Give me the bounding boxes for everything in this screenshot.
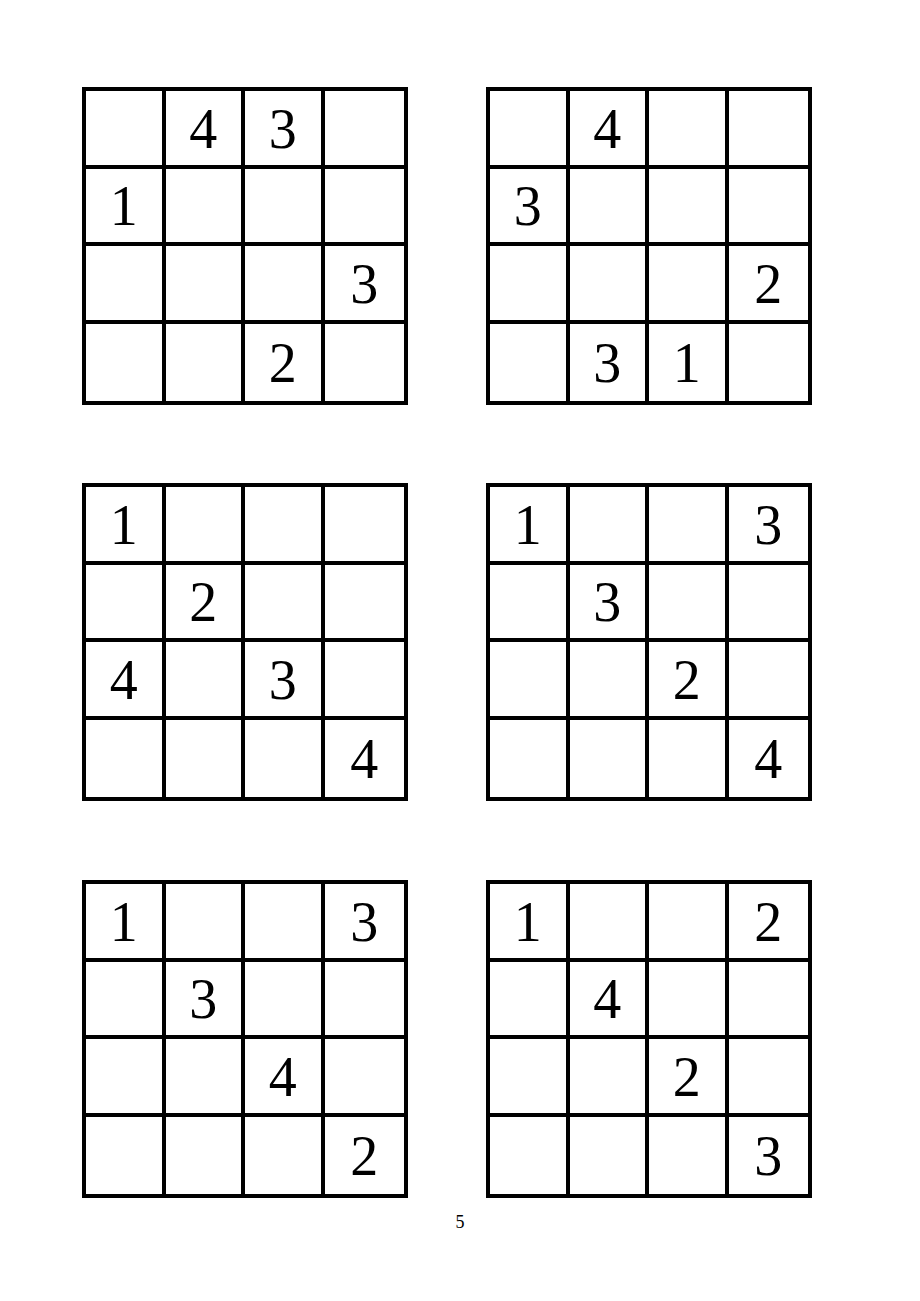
empty-cell [570,642,650,720]
empty-cell [570,720,650,798]
empty-cell [245,565,325,643]
empty-cell [166,1039,246,1117]
empty-cell [570,169,650,247]
empty-cell [166,720,246,798]
given-digit-cell: 3 [325,884,405,962]
given-digit-cell: 3 [729,487,809,565]
empty-cell [86,324,166,402]
empty-cell [245,884,325,962]
page-number: 5 [0,1212,920,1233]
empty-cell [245,487,325,565]
empty-cell [649,246,729,324]
given-digit-cell: 2 [325,1117,405,1195]
empty-cell [729,169,809,247]
given-digit-cell: 2 [729,884,809,962]
empty-cell [649,1117,729,1195]
given-digit-cell: 4 [86,642,166,720]
empty-cell [245,1117,325,1195]
puzzle-page: 43132 43231 12434 13324 13342 12423 5 [0,0,920,1301]
given-digit-cell: 3 [570,324,650,402]
empty-cell [166,642,246,720]
given-digit-cell: 4 [245,1039,325,1117]
empty-cell [325,169,405,247]
given-digit-cell: 1 [86,169,166,247]
empty-cell [166,246,246,324]
empty-cell [490,962,570,1040]
given-digit-cell: 3 [570,565,650,643]
empty-cell [490,642,570,720]
given-digit-cell: 3 [245,91,325,169]
empty-cell [86,1039,166,1117]
empty-cell [86,91,166,169]
given-digit-cell: 4 [166,91,246,169]
empty-cell [166,487,246,565]
empty-cell [490,720,570,798]
sudoku-board-3: 12434 [82,483,408,801]
given-digit-cell: 3 [490,169,570,247]
empty-cell [570,884,650,962]
empty-cell [729,1039,809,1117]
given-digit-cell: 1 [649,324,729,402]
empty-cell [166,884,246,962]
empty-cell [245,720,325,798]
empty-cell [490,1039,570,1117]
given-digit-cell: 2 [729,246,809,324]
empty-cell [729,962,809,1040]
empty-cell [166,1117,246,1195]
empty-cell [86,720,166,798]
empty-cell [325,642,405,720]
empty-cell [729,565,809,643]
empty-cell [325,487,405,565]
empty-cell [490,565,570,643]
empty-cell [325,324,405,402]
given-digit-cell: 2 [649,642,729,720]
empty-cell [649,884,729,962]
sudoku-board-1: 43132 [82,87,408,405]
empty-cell [166,324,246,402]
given-digit-cell: 2 [166,565,246,643]
empty-cell [166,169,246,247]
empty-cell [649,720,729,798]
empty-cell [325,565,405,643]
empty-cell [86,962,166,1040]
given-digit-cell: 4 [570,962,650,1040]
empty-cell [490,324,570,402]
empty-cell [570,1039,650,1117]
given-digit-cell: 3 [245,642,325,720]
given-digit-cell: 3 [166,962,246,1040]
sudoku-board-4: 13324 [486,483,812,801]
empty-cell [570,1117,650,1195]
empty-cell [649,565,729,643]
empty-cell [86,1117,166,1195]
empty-cell [245,169,325,247]
given-digit-cell: 1 [86,884,166,962]
given-digit-cell: 3 [325,246,405,324]
empty-cell [729,642,809,720]
empty-cell [490,246,570,324]
given-digit-cell: 4 [570,91,650,169]
empty-cell [86,565,166,643]
empty-cell [649,487,729,565]
empty-cell [649,962,729,1040]
empty-cell [325,91,405,169]
empty-cell [649,169,729,247]
sudoku-board-5: 13342 [82,880,408,1198]
sudoku-board-2: 43231 [486,87,812,405]
given-digit-cell: 2 [649,1039,729,1117]
empty-cell [490,1117,570,1195]
empty-cell [490,91,570,169]
sudoku-board-6: 12423 [486,880,812,1198]
empty-cell [729,324,809,402]
given-digit-cell: 4 [729,720,809,798]
empty-cell [729,91,809,169]
empty-cell [245,962,325,1040]
empty-cell [649,91,729,169]
empty-cell [245,246,325,324]
empty-cell [570,487,650,565]
given-digit-cell: 3 [729,1117,809,1195]
given-digit-cell: 2 [245,324,325,402]
empty-cell [325,962,405,1040]
empty-cell [86,246,166,324]
empty-cell [570,246,650,324]
given-digit-cell: 1 [490,884,570,962]
empty-cell [325,1039,405,1117]
given-digit-cell: 4 [325,720,405,798]
given-digit-cell: 1 [490,487,570,565]
given-digit-cell: 1 [86,487,166,565]
